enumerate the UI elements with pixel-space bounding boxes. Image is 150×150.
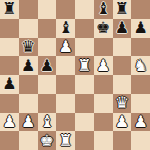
square-d1[interactable]: ♜: [56, 131, 75, 150]
piece-black-pawn[interactable]: ♟: [133, 20, 147, 36]
piece-white-bishop[interactable]: ♝: [40, 113, 54, 129]
square-f4[interactable]: [94, 75, 113, 94]
piece-black-pawn[interactable]: ♟: [40, 57, 54, 73]
square-b5[interactable]: ♟: [19, 56, 38, 75]
piece-white-rook[interactable]: ♜: [77, 57, 91, 73]
piece-black-pawn[interactable]: ♟: [2, 76, 16, 92]
piece-black-pawn[interactable]: ♟: [21, 57, 35, 73]
square-f1[interactable]: [94, 131, 113, 150]
square-c7[interactable]: [38, 19, 57, 38]
square-c8[interactable]: [38, 0, 57, 19]
square-h8[interactable]: [131, 0, 150, 19]
square-g4[interactable]: [113, 75, 132, 94]
square-d6[interactable]: ♟: [56, 38, 75, 57]
piece-black-bishop[interactable]: ♝: [58, 20, 72, 36]
square-g6[interactable]: [113, 38, 132, 57]
square-e7[interactable]: [75, 19, 94, 38]
square-g2[interactable]: ♟: [113, 113, 132, 132]
square-g1[interactable]: [113, 131, 132, 150]
piece-black-bishop[interactable]: ♝: [96, 1, 110, 17]
piece-white-knight[interactable]: ♞: [133, 57, 147, 73]
square-b2[interactable]: ♟: [19, 113, 38, 132]
square-e8[interactable]: [75, 0, 94, 19]
square-h1[interactable]: [131, 131, 150, 150]
piece-white-rook[interactable]: ♜: [58, 132, 72, 148]
square-b8[interactable]: [19, 0, 38, 19]
piece-white-pawn[interactable]: ♟: [115, 113, 129, 129]
square-a4[interactable]: ♟: [0, 75, 19, 94]
square-c3[interactable]: [38, 94, 57, 113]
square-e4[interactable]: [75, 75, 94, 94]
square-b4[interactable]: [19, 75, 38, 94]
square-a1[interactable]: [0, 131, 19, 150]
square-b1[interactable]: [19, 131, 38, 150]
square-g5[interactable]: [113, 56, 132, 75]
piece-white-king[interactable]: ♚: [40, 132, 54, 148]
square-g8[interactable]: ♜: [113, 0, 132, 19]
square-c4[interactable]: [38, 75, 57, 94]
square-e5[interactable]: ♜: [75, 56, 94, 75]
chess-board: ♜♝♜♝♚♟♟♛♟♟♟♜♟♞♟♛♟♟♝♟♟♚♜: [0, 0, 150, 150]
square-d2[interactable]: [56, 113, 75, 132]
piece-white-queen[interactable]: ♛: [115, 95, 129, 111]
square-d7[interactable]: ♝: [56, 19, 75, 38]
piece-white-pawn[interactable]: ♟: [58, 38, 72, 54]
piece-white-pawn[interactable]: ♟: [133, 113, 147, 129]
square-b6[interactable]: ♛: [19, 38, 38, 57]
square-d5[interactable]: [56, 56, 75, 75]
square-h2[interactable]: ♟: [131, 113, 150, 132]
square-d8[interactable]: [56, 0, 75, 19]
square-e1[interactable]: [75, 131, 94, 150]
square-h5[interactable]: ♞: [131, 56, 150, 75]
square-e3[interactable]: [75, 94, 94, 113]
piece-white-pawn[interactable]: ♟: [2, 113, 16, 129]
square-d3[interactable]: [56, 94, 75, 113]
square-h7[interactable]: ♟: [131, 19, 150, 38]
piece-black-king[interactable]: ♚: [96, 20, 110, 36]
square-f2[interactable]: [94, 113, 113, 132]
square-f5[interactable]: ♟: [94, 56, 113, 75]
square-f8[interactable]: ♝: [94, 0, 113, 19]
piece-black-rook[interactable]: ♜: [2, 1, 16, 17]
square-h6[interactable]: [131, 38, 150, 57]
square-a3[interactable]: [0, 94, 19, 113]
square-f6[interactable]: [94, 38, 113, 57]
square-g7[interactable]: ♟: [113, 19, 132, 38]
square-f3[interactable]: [94, 94, 113, 113]
piece-black-queen[interactable]: ♛: [21, 38, 35, 54]
square-a7[interactable]: [0, 19, 19, 38]
piece-black-rook[interactable]: ♜: [115, 1, 129, 17]
piece-black-pawn[interactable]: ♟: [115, 20, 129, 36]
square-c2[interactable]: ♝: [38, 113, 57, 132]
square-b3[interactable]: [19, 94, 38, 113]
square-c5[interactable]: ♟: [38, 56, 57, 75]
square-b7[interactable]: [19, 19, 38, 38]
square-e6[interactable]: [75, 38, 94, 57]
square-f7[interactable]: ♚: [94, 19, 113, 38]
square-d4[interactable]: [56, 75, 75, 94]
piece-white-pawn[interactable]: ♟: [21, 113, 35, 129]
piece-white-pawn[interactable]: ♟: [96, 57, 110, 73]
square-g3[interactable]: ♛: [113, 94, 132, 113]
square-c1[interactable]: ♚: [38, 131, 57, 150]
square-h3[interactable]: [131, 94, 150, 113]
square-a6[interactable]: [0, 38, 19, 57]
square-a5[interactable]: [0, 56, 19, 75]
square-c6[interactable]: [38, 38, 57, 57]
square-a2[interactable]: ♟: [0, 113, 19, 132]
square-h4[interactable]: [131, 75, 150, 94]
square-e2[interactable]: [75, 113, 94, 132]
square-a8[interactable]: ♜: [0, 0, 19, 19]
